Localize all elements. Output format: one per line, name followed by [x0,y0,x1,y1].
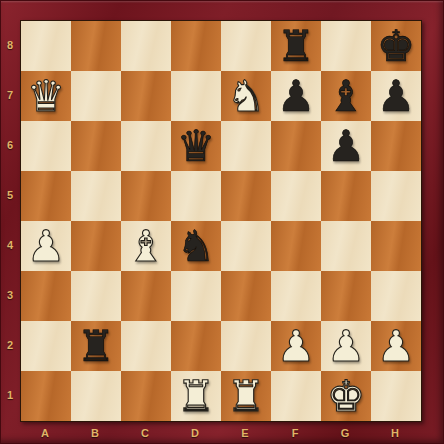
square-b4[interactable] [71,221,121,271]
square-d5[interactable] [171,171,221,221]
file-label-h: H [370,423,420,444]
rank-label-2: 2 [0,320,20,370]
white-bishop-c4[interactable]: ♝ [127,221,166,271]
chessboard-frame: ♜♚♛♞♟♝♟♛♟♟♝♞♜♟♟♟♜♜♚ 87654321 ABCDEFGH [0,0,444,444]
square-a1[interactable] [21,371,71,421]
square-e1[interactable]: ♜ [221,371,271,421]
square-e8[interactable] [221,21,271,71]
file-label-a: A [20,423,70,444]
square-b6[interactable] [71,121,121,171]
square-g4[interactable] [321,221,371,271]
black-king-h8[interactable]: ♚ [377,21,416,71]
rank-label-4: 4 [0,220,20,270]
black-pawn-g6[interactable]: ♟ [327,121,366,171]
square-f8[interactable]: ♜ [271,21,321,71]
black-queen-d6[interactable]: ♛ [177,121,216,171]
square-h8[interactable]: ♚ [371,21,421,71]
square-d4[interactable]: ♞ [171,221,221,271]
square-f4[interactable] [271,221,321,271]
square-c3[interactable] [121,271,171,321]
rank-label-7: 7 [0,70,20,120]
square-e5[interactable] [221,171,271,221]
square-e3[interactable] [221,271,271,321]
square-e6[interactable] [221,121,271,171]
square-f5[interactable] [271,171,321,221]
white-knight-e7[interactable]: ♞ [227,71,266,121]
square-e7[interactable]: ♞ [221,71,271,121]
white-pawn-a4[interactable]: ♟ [27,221,66,271]
file-label-g: G [320,423,370,444]
black-pawn-h7[interactable]: ♟ [377,71,416,121]
square-e2[interactable] [221,321,271,371]
black-pawn-f7[interactable]: ♟ [277,71,316,121]
white-pawn-f2[interactable]: ♟ [277,321,316,371]
square-a2[interactable] [21,321,71,371]
square-d6[interactable]: ♛ [171,121,221,171]
white-rook-e1[interactable]: ♜ [227,371,266,421]
square-b5[interactable] [71,171,121,221]
square-f7[interactable]: ♟ [271,71,321,121]
rank-label-5: 5 [0,170,20,220]
square-f6[interactable] [271,121,321,171]
rank-label-3: 3 [0,270,20,320]
square-g3[interactable] [321,271,371,321]
square-b2[interactable]: ♜ [71,321,121,371]
square-c5[interactable] [121,171,171,221]
rank-label-8: 8 [0,20,20,70]
black-rook-b2[interactable]: ♜ [77,321,116,371]
square-a7[interactable]: ♛ [21,71,71,121]
black-rook-f8[interactable]: ♜ [277,21,316,71]
white-rook-d1[interactable]: ♜ [177,371,216,421]
square-c1[interactable] [121,371,171,421]
file-label-b: B [70,423,120,444]
square-d7[interactable] [171,71,221,121]
square-h1[interactable] [371,371,421,421]
square-b8[interactable] [71,21,121,71]
square-a3[interactable] [21,271,71,321]
black-knight-d4[interactable]: ♞ [177,221,216,271]
file-label-f: F [270,423,320,444]
file-label-e: E [220,423,270,444]
square-f1[interactable] [271,371,321,421]
square-f3[interactable] [271,271,321,321]
square-h4[interactable] [371,221,421,271]
square-a6[interactable] [21,121,71,171]
square-h7[interactable]: ♟ [371,71,421,121]
square-c4[interactable]: ♝ [121,221,171,271]
white-pawn-h2[interactable]: ♟ [377,321,416,371]
rank-label-1: 1 [0,370,20,420]
square-b7[interactable] [71,71,121,121]
square-g5[interactable] [321,171,371,221]
square-h2[interactable]: ♟ [371,321,421,371]
square-d1[interactable]: ♜ [171,371,221,421]
square-a4[interactable]: ♟ [21,221,71,271]
black-bishop-g7[interactable]: ♝ [327,71,366,121]
square-a5[interactable] [21,171,71,221]
square-e4[interactable] [221,221,271,271]
square-c8[interactable] [121,21,171,71]
rank-label-6: 6 [0,120,20,170]
square-g2[interactable]: ♟ [321,321,371,371]
square-h5[interactable] [371,171,421,221]
square-c6[interactable] [121,121,171,171]
file-label-c: C [120,423,170,444]
white-king-g1[interactable]: ♚ [327,371,366,421]
file-label-d: D [170,423,220,444]
square-f2[interactable]: ♟ [271,321,321,371]
square-c2[interactable] [121,321,171,371]
square-g1[interactable]: ♚ [321,371,371,421]
square-d2[interactable] [171,321,221,371]
white-queen-a7[interactable]: ♛ [27,71,66,121]
square-h3[interactable] [371,271,421,321]
square-d8[interactable] [171,21,221,71]
white-pawn-g2[interactable]: ♟ [327,321,366,371]
chessboard: ♜♚♛♞♟♝♟♛♟♟♝♞♜♟♟♟♜♜♚ [20,20,422,422]
square-a8[interactable] [21,21,71,71]
square-g6[interactable]: ♟ [321,121,371,171]
square-b3[interactable] [71,271,121,321]
square-g8[interactable] [321,21,371,71]
square-d3[interactable] [171,271,221,321]
square-c7[interactable] [121,71,171,121]
square-h6[interactable] [371,121,421,171]
square-g7[interactable]: ♝ [321,71,371,121]
square-b1[interactable] [71,371,121,421]
